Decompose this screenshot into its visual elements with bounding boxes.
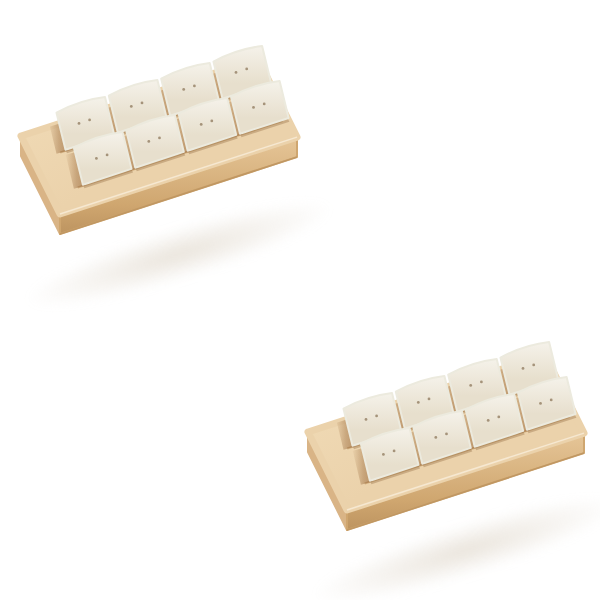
earring-hole [200, 123, 203, 126]
earring-hole [235, 71, 238, 74]
tray-bottom-right [305, 342, 600, 600]
earring-hole [375, 415, 378, 418]
earring-hole [539, 402, 542, 405]
earring-hole [88, 119, 91, 122]
earring-hole [469, 384, 472, 387]
earring-hole [445, 433, 448, 436]
earring-hole [497, 416, 500, 419]
earring-hole [106, 154, 109, 157]
earring-hole [158, 137, 161, 140]
earring-hole [95, 157, 98, 160]
product-image [0, 0, 600, 600]
earring-hole [393, 450, 396, 453]
earring-hole [193, 85, 196, 88]
earring-hole [245, 68, 248, 71]
earring-hole [480, 381, 483, 384]
earring-hole [182, 88, 185, 91]
earring-hole [252, 106, 255, 109]
earring-hole [532, 364, 535, 367]
earring-hole [522, 367, 525, 370]
earring-hole [365, 418, 368, 421]
earring-hole [382, 453, 385, 456]
earring-hole [263, 103, 266, 106]
earring-hole [550, 399, 553, 402]
earring-hole [147, 140, 150, 143]
scene-svg [0, 0, 600, 600]
earring-hole [210, 120, 213, 123]
tray-top-left [18, 46, 339, 326]
earring-hole [428, 398, 431, 401]
earring-hole [434, 436, 437, 439]
product-photo [0, 0, 600, 600]
earring-hole [487, 419, 490, 422]
earring-hole [417, 401, 420, 404]
earring-hole [130, 105, 133, 108]
earring-hole [141, 102, 144, 105]
earring-hole [78, 122, 81, 125]
